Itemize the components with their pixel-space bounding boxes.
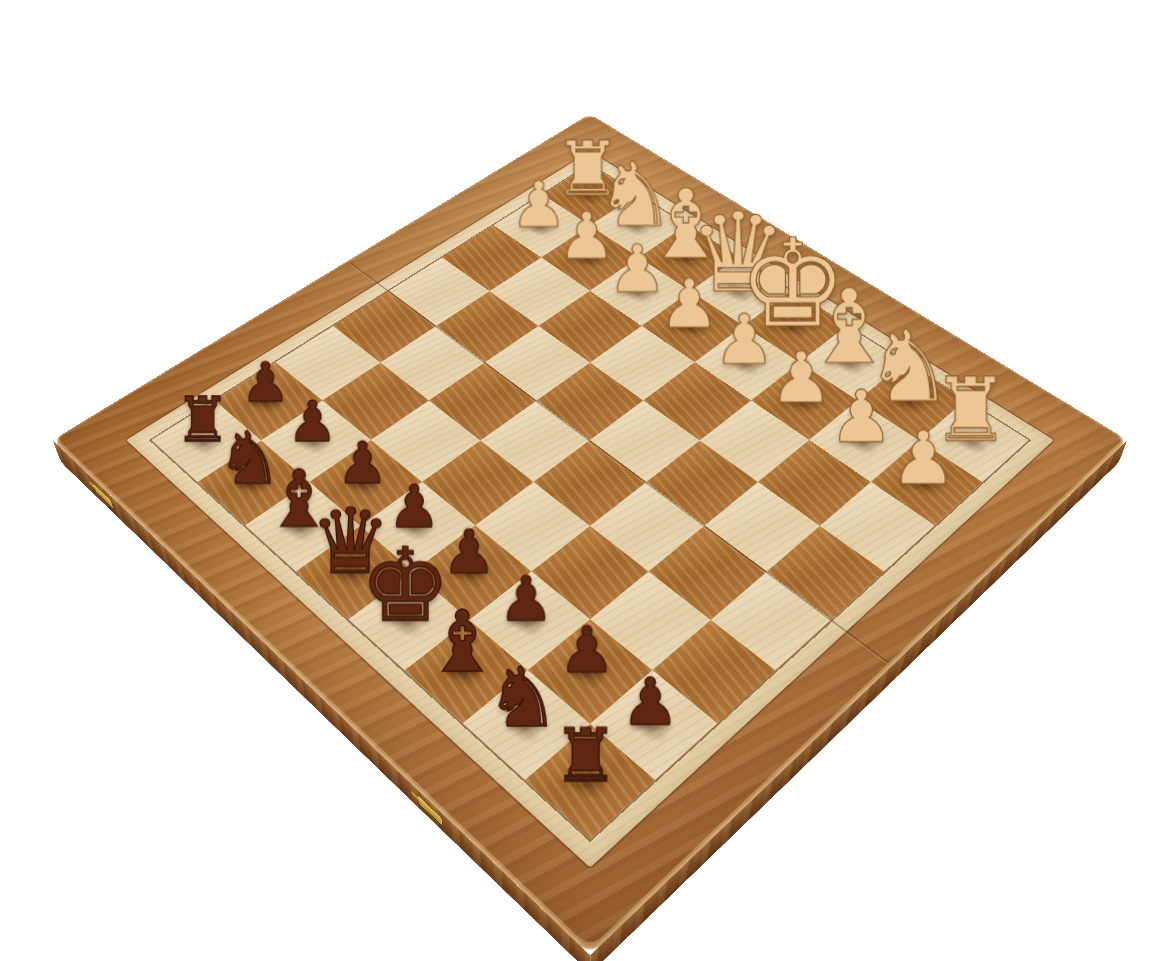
black-pawn[interactable]: ♟ xyxy=(240,355,289,410)
chess-board: ♜♞♝♛♚♝♞♜♟♟♟♟♟♟♟♟♟♟♟♟♟♟♟♟♜♞♝♛♚♝♞♜ xyxy=(53,114,1128,955)
white-pawn[interactable]: ♟ xyxy=(829,380,894,452)
brass-latch-2 xyxy=(418,795,443,825)
black-pawn[interactable]: ♟ xyxy=(621,671,679,736)
black-pawn[interactable]: ♟ xyxy=(287,394,337,450)
black-rook[interactable]: ♜ xyxy=(553,719,619,793)
white-pawn[interactable]: ♟ xyxy=(608,236,667,302)
black-pawn[interactable]: ♟ xyxy=(558,619,615,682)
white-pawn[interactable]: ♟ xyxy=(770,342,833,412)
product-photo-scene: ♜♞♝♛♚♝♞♜♟♟♟♟♟♟♟♟♟♟♟♟♟♟♟♟♜♞♝♛♚♝♞♜ xyxy=(0,0,1165,961)
brass-latch-1 xyxy=(93,484,113,509)
chess-board-squares: ♜♞♝♛♚♝♞♜♟♟♟♟♟♟♟♟♟♟♟♟♟♟♟♟♜♞♝♛♚♝♞♜ xyxy=(152,165,1029,839)
white-pawn[interactable]: ♟ xyxy=(713,305,775,374)
white-pawn[interactable]: ♟ xyxy=(891,421,957,495)
black-knight[interactable]: ♞ xyxy=(486,656,560,738)
white-pawn[interactable]: ♟ xyxy=(659,270,719,337)
black-pawn[interactable]: ♟ xyxy=(336,435,387,492)
black-pawn[interactable]: ♟ xyxy=(498,569,553,631)
